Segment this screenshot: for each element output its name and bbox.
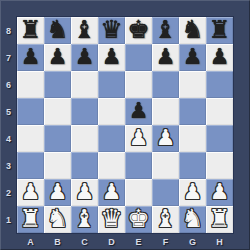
file-label-d: D [98,233,125,250]
square-d7[interactable]: ♟ [98,44,125,71]
square-g8[interactable]: ♞ [179,17,206,44]
square-a4[interactable] [17,125,44,152]
square-b8[interactable]: ♞ [44,17,71,44]
square-g6[interactable] [179,71,206,98]
black-pawn-c7[interactable]: ♟ [75,43,95,70]
rank-label-4: 4 [0,125,17,152]
square-d4[interactable] [98,125,125,152]
file-label-g: G [179,233,206,250]
square-a2[interactable]: ♟ [17,179,44,206]
square-h1[interactable]: ♜ [206,206,233,233]
square-a3[interactable] [17,152,44,179]
black-queen-d8[interactable]: ♛ [100,16,122,43]
square-h4[interactable] [206,125,233,152]
black-pawn-d7[interactable]: ♟ [102,43,122,70]
white-queen-d1[interactable]: ♛ [100,205,122,232]
file-label-c: C [71,233,98,250]
black-knight-g8[interactable]: ♞ [181,16,203,43]
rank-label-5: 5 [0,98,17,125]
white-king-e1[interactable]: ♚ [127,205,149,232]
rank-label-6: 6 [0,71,17,98]
file-labels: ABCDEFGH [17,233,233,250]
square-h6[interactable] [206,71,233,98]
file-label-h: H [206,233,233,250]
black-bishop-c8[interactable]: ♝ [73,16,95,43]
square-a7[interactable]: ♟ [17,44,44,71]
square-b6[interactable] [44,71,71,98]
rank-label-3: 3 [0,152,17,179]
rank-label-2: 2 [0,179,17,206]
square-g5[interactable] [179,98,206,125]
white-knight-b1[interactable]: ♞ [46,205,68,232]
square-d3[interactable] [98,152,125,179]
square-e5[interactable]: ♟ [125,98,152,125]
square-g7[interactable]: ♟ [179,44,206,71]
square-f2[interactable] [152,179,179,206]
chessboard-frame: 87654321 ♜♞♝♛♚♝♞♜♟♟♟♟♟♟♟♟♟♟♟♟♟♟♟♟♜♞♝♛♚♝♞… [0,0,250,250]
square-f3[interactable] [152,152,179,179]
square-f5[interactable] [152,98,179,125]
white-knight-g1[interactable]: ♞ [181,205,203,232]
square-f6[interactable] [152,71,179,98]
white-pawn-h2[interactable]: ♟ [210,178,230,205]
white-bishop-f1[interactable]: ♝ [154,205,176,232]
square-c2[interactable]: ♟ [71,179,98,206]
square-f7[interactable]: ♟ [152,44,179,71]
square-g1[interactable]: ♞ [179,206,206,233]
square-d1[interactable]: ♛ [98,206,125,233]
white-pawn-b2[interactable]: ♟ [48,178,68,205]
file-label-f: F [152,233,179,250]
rank-label-7: 7 [0,44,17,71]
square-e3[interactable] [125,152,152,179]
black-pawn-g7[interactable]: ♟ [183,43,203,70]
square-f1[interactable]: ♝ [152,206,179,233]
rank-label-1: 1 [0,206,17,233]
square-c3[interactable] [71,152,98,179]
square-e1[interactable]: ♚ [125,206,152,233]
black-bishop-f8[interactable]: ♝ [154,16,176,43]
square-a1[interactable]: ♜ [17,206,44,233]
square-b1[interactable]: ♞ [44,206,71,233]
square-c7[interactable]: ♟ [71,44,98,71]
square-h8[interactable]: ♜ [206,17,233,44]
square-a5[interactable] [17,98,44,125]
square-c6[interactable] [71,71,98,98]
white-rook-h1[interactable]: ♜ [208,205,230,232]
square-c4[interactable] [71,125,98,152]
white-pawn-d2[interactable]: ♟ [102,178,122,205]
square-c8[interactable]: ♝ [71,17,98,44]
square-e4[interactable]: ♟ [125,125,152,152]
black-knight-b8[interactable]: ♞ [46,16,68,43]
square-f4[interactable]: ♟ [152,125,179,152]
white-pawn-f4[interactable]: ♟ [156,124,176,151]
file-label-a: A [17,233,44,250]
square-e7[interactable] [125,44,152,71]
square-d8[interactable]: ♛ [98,17,125,44]
square-g2[interactable]: ♟ [179,179,206,206]
square-b5[interactable] [44,98,71,125]
square-d2[interactable]: ♟ [98,179,125,206]
black-rook-a8[interactable]: ♜ [19,16,41,43]
white-pawn-a2[interactable]: ♟ [21,178,41,205]
rank-label-8: 8 [0,17,17,44]
square-h3[interactable] [206,152,233,179]
square-b7[interactable]: ♟ [44,44,71,71]
black-pawn-h7[interactable]: ♟ [210,43,230,70]
rank-labels: 87654321 [0,17,17,233]
black-pawn-e5[interactable]: ♟ [129,97,149,124]
square-h7[interactable]: ♟ [206,44,233,71]
square-d6[interactable] [98,71,125,98]
square-g3[interactable] [179,152,206,179]
black-rook-h8[interactable]: ♜ [208,16,230,43]
white-pawn-e4[interactable]: ♟ [129,124,149,151]
square-a6[interactable] [17,71,44,98]
black-king-e8[interactable]: ♚ [127,16,149,43]
square-b2[interactable]: ♟ [44,179,71,206]
white-bishop-c1[interactable]: ♝ [73,205,95,232]
white-pawn-c2[interactable]: ♟ [75,178,95,205]
square-g4[interactable] [179,125,206,152]
square-b3[interactable] [44,152,71,179]
black-pawn-f7[interactable]: ♟ [156,43,176,70]
board: ♜♞♝♛♚♝♞♜♟♟♟♟♟♟♟♟♟♟♟♟♟♟♟♟♜♞♝♛♚♝♞♜ [17,17,233,233]
square-h2[interactable]: ♟ [206,179,233,206]
square-a8[interactable]: ♜ [17,17,44,44]
black-pawn-b7[interactable]: ♟ [48,43,68,70]
square-e8[interactable]: ♚ [125,17,152,44]
white-rook-a1[interactable]: ♜ [19,205,41,232]
white-pawn-g2[interactable]: ♟ [183,178,203,205]
square-h5[interactable] [206,98,233,125]
black-pawn-a7[interactable]: ♟ [21,43,41,70]
square-e2[interactable] [125,179,152,206]
square-d5[interactable] [98,98,125,125]
square-e6[interactable] [125,71,152,98]
file-label-b: B [44,233,71,250]
file-label-e: E [125,233,152,250]
square-f8[interactable]: ♝ [152,17,179,44]
square-c5[interactable] [71,98,98,125]
square-b4[interactable] [44,125,71,152]
square-c1[interactable]: ♝ [71,206,98,233]
